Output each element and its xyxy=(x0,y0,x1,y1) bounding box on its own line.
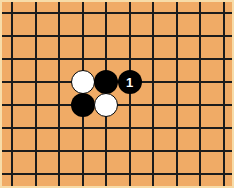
go-board: 1 xyxy=(0,0,234,188)
grid-line-horizontal xyxy=(2,173,232,175)
black-stone-marked-1: 1 xyxy=(118,70,142,94)
grid-line-vertical xyxy=(152,2,154,186)
grid-line-vertical xyxy=(223,2,225,186)
grid-line-vertical xyxy=(11,2,13,186)
grid-line-vertical xyxy=(35,2,37,186)
black-stone xyxy=(71,93,95,117)
grid-line-horizontal xyxy=(2,12,232,14)
grid-line-horizontal xyxy=(2,150,232,152)
grid-line-vertical xyxy=(129,2,131,186)
grid-line-horizontal xyxy=(2,58,232,60)
grid-line-vertical xyxy=(58,2,60,186)
grid-line-vertical xyxy=(176,2,178,186)
grid-line-horizontal xyxy=(2,127,232,129)
white-stone xyxy=(71,70,95,94)
grid-line-horizontal xyxy=(2,35,232,37)
move-number-label: 1 xyxy=(126,76,133,89)
black-stone xyxy=(94,70,118,94)
white-stone xyxy=(94,93,118,117)
grid-line-vertical xyxy=(199,2,201,186)
